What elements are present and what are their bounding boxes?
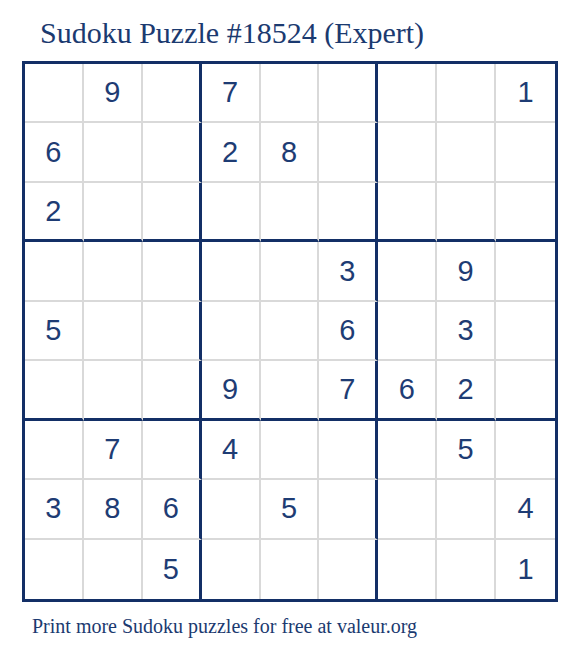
- cell-r7c9: [496, 421, 555, 480]
- cell-r3c8: [437, 183, 496, 242]
- cell-r5c6: 6: [319, 302, 378, 361]
- cell-r9c2: [84, 540, 143, 599]
- cell-r8c8: [437, 480, 496, 539]
- cell-r7c8: 5: [437, 421, 496, 480]
- cell-r7c3: [143, 421, 202, 480]
- cell-r3c7: [378, 183, 437, 242]
- cell-r5c3: [143, 302, 202, 361]
- cell-r1c7: [378, 64, 437, 123]
- sudoku-board: 97162823956397627453865451: [22, 61, 558, 602]
- cell-r9c1: [25, 540, 84, 599]
- footer-text: Print more Sudoku puzzles for free at va…: [32, 614, 417, 638]
- cell-r6c1: [25, 361, 84, 420]
- cell-r4c2: [84, 242, 143, 301]
- cell-r6c3: [143, 361, 202, 420]
- cell-r3c2: [84, 183, 143, 242]
- cell-r9c3: 5: [143, 540, 202, 599]
- cell-r7c1: [25, 421, 84, 480]
- cell-r3c3: [143, 183, 202, 242]
- cell-r2c6: [319, 123, 378, 182]
- cell-r6c6: 7: [319, 361, 378, 420]
- cell-r2c4: 2: [202, 123, 261, 182]
- cell-r7c2: 7: [84, 421, 143, 480]
- cell-r5c1: 5: [25, 302, 84, 361]
- cell-r7c5: [261, 421, 320, 480]
- cell-r8c5: 5: [261, 480, 320, 539]
- cell-r1c2: 9: [84, 64, 143, 123]
- cell-r6c8: 2: [437, 361, 496, 420]
- cell-r8c1: 3: [25, 480, 84, 539]
- cell-r1c4: 7: [202, 64, 261, 123]
- cell-r4c5: [261, 242, 320, 301]
- cell-r2c2: [84, 123, 143, 182]
- cell-r7c7: [378, 421, 437, 480]
- cell-r2c5: 8: [261, 123, 320, 182]
- cell-r8c9: 4: [496, 480, 555, 539]
- cell-r6c7: 6: [378, 361, 437, 420]
- cell-r2c1: 6: [25, 123, 84, 182]
- cell-r5c9: [496, 302, 555, 361]
- cell-r8c2: 8: [84, 480, 143, 539]
- cell-r8c6: [319, 480, 378, 539]
- cell-r4c6: 3: [319, 242, 378, 301]
- cell-r5c4: [202, 302, 261, 361]
- cell-r7c6: [319, 421, 378, 480]
- cell-r9c8: [437, 540, 496, 599]
- cell-r1c6: [319, 64, 378, 123]
- cell-r4c8: 9: [437, 242, 496, 301]
- cell-r6c2: [84, 361, 143, 420]
- cell-r3c4: [202, 183, 261, 242]
- cell-r2c8: [437, 123, 496, 182]
- page-title: Sudoku Puzzle #18524 (Expert): [40, 17, 424, 49]
- cell-r1c3: [143, 64, 202, 123]
- cell-r8c4: [202, 480, 261, 539]
- cell-r5c5: [261, 302, 320, 361]
- cell-r3c5: [261, 183, 320, 242]
- cell-r1c5: [261, 64, 320, 123]
- cell-r7c4: 4: [202, 421, 261, 480]
- cell-r3c6: [319, 183, 378, 242]
- cell-r2c7: [378, 123, 437, 182]
- cell-r8c3: 6: [143, 480, 202, 539]
- cell-r2c9: [496, 123, 555, 182]
- cell-r9c6: [319, 540, 378, 599]
- cell-r6c9: [496, 361, 555, 420]
- cell-r2c3: [143, 123, 202, 182]
- cell-r4c7: [378, 242, 437, 301]
- cell-r3c9: [496, 183, 555, 242]
- cell-r5c2: [84, 302, 143, 361]
- cell-r1c8: [437, 64, 496, 123]
- cell-r4c9: [496, 242, 555, 301]
- cell-r9c4: [202, 540, 261, 599]
- cell-r5c8: 3: [437, 302, 496, 361]
- cell-r9c5: [261, 540, 320, 599]
- cell-r4c3: [143, 242, 202, 301]
- sudoku-page: Sudoku Puzzle #18524 (Expert) 9716282395…: [0, 0, 580, 651]
- cell-r3c1: 2: [25, 183, 84, 242]
- cell-r1c1: [25, 64, 84, 123]
- cell-r4c1: [25, 242, 84, 301]
- cell-r6c4: 9: [202, 361, 261, 420]
- cell-r6c5: [261, 361, 320, 420]
- cell-r8c7: [378, 480, 437, 539]
- cell-r9c7: [378, 540, 437, 599]
- sudoku-grid: 97162823956397627453865451: [25, 64, 555, 599]
- cell-r9c9: 1: [496, 540, 555, 599]
- cell-r4c4: [202, 242, 261, 301]
- cell-r1c9: 1: [496, 64, 555, 123]
- cell-r5c7: [378, 302, 437, 361]
